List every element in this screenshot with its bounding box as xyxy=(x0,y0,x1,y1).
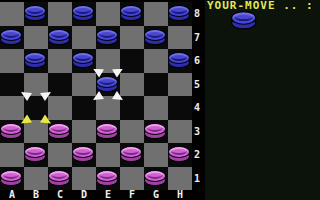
checker-pink-A1[interactable] xyxy=(0,170,24,187)
piece-top xyxy=(0,123,22,135)
square-A1[interactable] xyxy=(0,167,24,191)
square-F5[interactable] xyxy=(120,73,144,97)
file-label-G: G xyxy=(144,189,168,200)
checker-blue-C7[interactable] xyxy=(48,29,72,46)
square-A7[interactable] xyxy=(0,26,24,50)
square-F6[interactable] xyxy=(120,49,144,73)
square-C8[interactable] xyxy=(48,2,72,26)
piece-top xyxy=(48,123,70,135)
checker-blue-H6[interactable] xyxy=(168,52,192,69)
piece-top xyxy=(144,123,166,135)
square-A6[interactable] xyxy=(0,49,24,73)
piece-top xyxy=(144,170,166,182)
checkers-game-screen: 87654321 ABCDEFGH YOUR-MOVE .. : xyxy=(0,0,320,200)
rank-label-2: 2 xyxy=(192,143,205,167)
piece-top xyxy=(144,29,166,41)
square-H2[interactable] xyxy=(168,143,192,167)
square-E1[interactable] xyxy=(96,167,120,191)
square-G5[interactable] xyxy=(144,73,168,97)
checker-blue-H8[interactable] xyxy=(168,5,192,22)
square-H6[interactable] xyxy=(168,49,192,73)
piece-top xyxy=(96,29,118,41)
rank-label-7: 7 xyxy=(192,26,205,50)
square-E8[interactable] xyxy=(96,2,120,26)
piece-top xyxy=(96,123,118,135)
status-panel: YOUR-MOVE .. : xyxy=(205,0,320,200)
square-G4[interactable] xyxy=(144,96,168,120)
square-G7[interactable] xyxy=(144,26,168,50)
square-A4[interactable] xyxy=(0,96,24,120)
checker-pink-G3[interactable] xyxy=(144,123,168,140)
checker-blue-D6[interactable] xyxy=(72,52,96,69)
rank-label-6: 6 xyxy=(192,49,205,73)
file-label-C: C xyxy=(48,189,72,200)
square-G2[interactable] xyxy=(144,143,168,167)
square-B6[interactable] xyxy=(24,49,48,73)
square-H3[interactable] xyxy=(168,120,192,144)
checker-blue-A7[interactable] xyxy=(0,29,24,46)
square-B3[interactable] xyxy=(24,120,48,144)
square-E2[interactable] xyxy=(96,143,120,167)
checker-pink-A3[interactable] xyxy=(0,123,24,140)
rank-label-1: 1 xyxy=(192,167,205,191)
square-H8[interactable] xyxy=(168,2,192,26)
checker-pink-B2[interactable] xyxy=(24,146,48,163)
square-C5[interactable] xyxy=(48,73,72,97)
checker-pink-E3[interactable] xyxy=(96,123,120,140)
rank-label-4: 4 xyxy=(192,96,205,120)
square-H7[interactable] xyxy=(168,26,192,50)
square-C4[interactable] xyxy=(48,96,72,120)
square-E4[interactable] xyxy=(96,96,120,120)
file-label-D: D xyxy=(72,189,96,200)
side-to-move-indicator xyxy=(231,11,259,31)
piece-top xyxy=(96,76,118,88)
piece-top xyxy=(48,29,70,41)
checker-blue-D8[interactable] xyxy=(72,5,96,22)
rank-label-3: 3 xyxy=(192,120,205,144)
square-A8[interactable] xyxy=(0,2,24,26)
square-D5[interactable] xyxy=(72,73,96,97)
checker-pink-G1[interactable] xyxy=(144,170,168,187)
checker-pink-C3[interactable] xyxy=(48,123,72,140)
square-H5[interactable] xyxy=(168,73,192,97)
square-F3[interactable] xyxy=(120,120,144,144)
checker-blue-G7[interactable] xyxy=(144,29,168,46)
square-E6[interactable] xyxy=(96,49,120,73)
rank-label-8: 8 xyxy=(192,2,205,26)
square-D8[interactable] xyxy=(72,2,96,26)
square-F8[interactable] xyxy=(120,2,144,26)
square-G8[interactable] xyxy=(144,2,168,26)
square-C2[interactable] xyxy=(48,143,72,167)
file-labels: ABCDEFGH xyxy=(0,189,192,200)
square-F2[interactable] xyxy=(120,143,144,167)
piece-top xyxy=(231,11,256,25)
square-B7[interactable] xyxy=(24,26,48,50)
rank-label-5: 5 xyxy=(192,73,205,97)
board-area: 87654321 ABCDEFGH xyxy=(0,0,205,200)
square-C1[interactable] xyxy=(48,167,72,191)
checker-pink-E1[interactable] xyxy=(96,170,120,187)
square-D2[interactable] xyxy=(72,143,96,167)
piece-top xyxy=(48,170,70,182)
square-G6[interactable] xyxy=(144,49,168,73)
square-A5[interactable] xyxy=(0,73,24,97)
file-label-B: B xyxy=(24,189,48,200)
square-A3[interactable] xyxy=(0,120,24,144)
square-D1[interactable] xyxy=(72,167,96,191)
square-H4[interactable] xyxy=(168,96,192,120)
file-label-E: E xyxy=(96,189,120,200)
indicator-piece-blue xyxy=(231,11,259,31)
checker-pink-H2[interactable] xyxy=(168,146,192,163)
square-D6[interactable] xyxy=(72,49,96,73)
square-E3[interactable] xyxy=(96,120,120,144)
checker-blue-F8[interactable] xyxy=(120,5,144,22)
checker-pink-F2[interactable] xyxy=(120,146,144,163)
square-F1[interactable] xyxy=(120,167,144,191)
square-G1[interactable] xyxy=(144,167,168,191)
checker-blue-E7[interactable] xyxy=(96,29,120,46)
checker-pink-C1[interactable] xyxy=(48,170,72,187)
square-H1[interactable] xyxy=(168,167,192,191)
checkers-board xyxy=(0,2,192,190)
square-A2[interactable] xyxy=(0,143,24,167)
square-D4[interactable] xyxy=(72,96,96,120)
file-label-H: H xyxy=(168,189,192,200)
square-C3[interactable] xyxy=(48,120,72,144)
piece-top xyxy=(0,29,22,41)
rank-labels: 87654321 xyxy=(192,2,205,190)
square-B2[interactable] xyxy=(24,143,48,167)
square-F4[interactable] xyxy=(120,96,144,120)
square-B1[interactable] xyxy=(24,167,48,191)
square-D7[interactable] xyxy=(72,26,96,50)
square-E5[interactable] xyxy=(96,73,120,97)
square-G3[interactable] xyxy=(144,120,168,144)
square-B8[interactable] xyxy=(24,2,48,26)
file-label-F: F xyxy=(120,189,144,200)
checker-blue-E5[interactable] xyxy=(96,76,120,93)
square-C7[interactable] xyxy=(48,26,72,50)
square-F7[interactable] xyxy=(120,26,144,50)
square-B4[interactable] xyxy=(24,96,48,120)
square-C6[interactable] xyxy=(48,49,72,73)
square-D3[interactable] xyxy=(72,120,96,144)
checker-blue-B6[interactable] xyxy=(24,52,48,69)
file-label-A: A xyxy=(0,189,24,200)
checker-pink-D2[interactable] xyxy=(72,146,96,163)
turn-prompt: YOUR-MOVE .. : xyxy=(207,0,314,11)
piece-top xyxy=(96,170,118,182)
square-B5[interactable] xyxy=(24,73,48,97)
checker-blue-B8[interactable] xyxy=(24,5,48,22)
square-E7[interactable] xyxy=(96,26,120,50)
piece-top xyxy=(0,170,22,182)
